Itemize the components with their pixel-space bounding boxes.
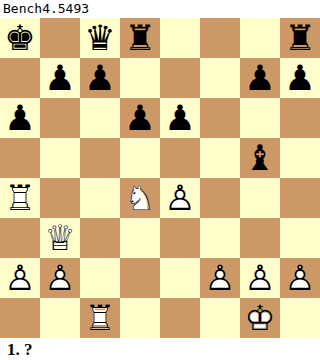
square-g2[interactable]: ♟♙ (240, 258, 280, 298)
piece-white-king: ♚♔ (240, 298, 280, 338)
chess-board: ♚♛♜♜♟♟♟♟♟♟♟♝♜♖♞♘♟♙♛♕♟♙♟♙♟♙♟♙♟♙♜♖♚♔ (0, 18, 320, 338)
square-a4[interactable]: ♜♖ (0, 178, 40, 218)
piece-white-pawn: ♟♙ (240, 258, 280, 298)
piece-white-pawn: ♟♙ (200, 258, 240, 298)
square-b8[interactable] (40, 18, 80, 58)
square-e8[interactable] (160, 18, 200, 58)
piece-white-rook: ♜♖ (0, 178, 40, 218)
square-a2[interactable]: ♟♙ (0, 258, 40, 298)
square-d3[interactable] (120, 218, 160, 258)
square-f3[interactable] (200, 218, 240, 258)
piece-black-queen: ♛ (80, 18, 120, 58)
square-b4[interactable] (40, 178, 80, 218)
square-h4[interactable] (280, 178, 320, 218)
square-a3[interactable] (0, 218, 40, 258)
square-a5[interactable] (0, 138, 40, 178)
square-c2[interactable] (80, 258, 120, 298)
piece-black-pawn: ♟ (280, 58, 320, 98)
piece-black-pawn: ♟ (120, 98, 160, 138)
square-b6[interactable] (40, 98, 80, 138)
square-f1[interactable] (200, 298, 240, 338)
square-h7[interactable]: ♟ (280, 58, 320, 98)
square-g5[interactable]: ♝ (240, 138, 280, 178)
square-f6[interactable] (200, 98, 240, 138)
square-e1[interactable] (160, 298, 200, 338)
square-b3[interactable]: ♛♕ (40, 218, 80, 258)
square-b1[interactable] (40, 298, 80, 338)
square-d2[interactable] (120, 258, 160, 298)
window-title: Bench4.5493 (0, 0, 320, 18)
square-f2[interactable]: ♟♙ (200, 258, 240, 298)
piece-black-king: ♚ (0, 18, 40, 58)
square-f7[interactable] (200, 58, 240, 98)
piece-black-rook: ♜ (280, 18, 320, 58)
square-h1[interactable] (280, 298, 320, 338)
square-d6[interactable]: ♟ (120, 98, 160, 138)
piece-white-pawn: ♟♙ (40, 258, 80, 298)
square-a1[interactable] (0, 298, 40, 338)
square-e5[interactable] (160, 138, 200, 178)
square-d8[interactable]: ♜ (120, 18, 160, 58)
square-g1[interactable]: ♚♔ (240, 298, 280, 338)
square-e6[interactable]: ♟ (160, 98, 200, 138)
square-b2[interactable]: ♟♙ (40, 258, 80, 298)
square-c7[interactable]: ♟ (80, 58, 120, 98)
square-b7[interactable]: ♟ (40, 58, 80, 98)
square-f4[interactable] (200, 178, 240, 218)
piece-white-pawn: ♟♙ (0, 258, 40, 298)
square-c5[interactable] (80, 138, 120, 178)
piece-black-pawn: ♟ (240, 58, 280, 98)
square-g3[interactable] (240, 218, 280, 258)
square-e7[interactable] (160, 58, 200, 98)
square-b5[interactable] (40, 138, 80, 178)
square-d5[interactable] (120, 138, 160, 178)
square-a6[interactable]: ♟ (0, 98, 40, 138)
piece-white-queen: ♛♕ (40, 218, 80, 258)
square-h3[interactable] (280, 218, 320, 258)
square-a7[interactable] (0, 58, 40, 98)
piece-white-knight: ♞♘ (120, 178, 160, 218)
square-a8[interactable]: ♚ (0, 18, 40, 58)
piece-white-rook: ♜♖ (80, 298, 120, 338)
square-h5[interactable] (280, 138, 320, 178)
move-prompt: 1. ? (0, 338, 320, 360)
square-d7[interactable] (120, 58, 160, 98)
piece-black-pawn: ♟ (160, 98, 200, 138)
square-e4[interactable]: ♟♙ (160, 178, 200, 218)
piece-black-pawn: ♟ (80, 58, 120, 98)
square-c8[interactable]: ♛ (80, 18, 120, 58)
square-h2[interactable]: ♟♙ (280, 258, 320, 298)
square-d1[interactable] (120, 298, 160, 338)
piece-white-pawn: ♟♙ (280, 258, 320, 298)
square-c3[interactable] (80, 218, 120, 258)
square-e2[interactable] (160, 258, 200, 298)
square-g6[interactable] (240, 98, 280, 138)
chess-app-window: Bench4.5493 ♚♛♜♜♟♟♟♟♟♟♟♝♜♖♞♘♟♙♛♕♟♙♟♙♟♙♟♙… (0, 0, 320, 360)
square-g8[interactable] (240, 18, 280, 58)
square-h8[interactable]: ♜ (280, 18, 320, 58)
piece-black-pawn: ♟ (40, 58, 80, 98)
piece-black-rook: ♜ (120, 18, 160, 58)
square-h6[interactable] (280, 98, 320, 138)
square-c4[interactable] (80, 178, 120, 218)
square-f5[interactable] (200, 138, 240, 178)
square-d4[interactable]: ♞♘ (120, 178, 160, 218)
square-e3[interactable] (160, 218, 200, 258)
square-c6[interactable] (80, 98, 120, 138)
piece-white-pawn: ♟♙ (160, 178, 200, 218)
square-f8[interactable] (200, 18, 240, 58)
piece-black-bishop: ♝ (240, 138, 280, 178)
piece-black-pawn: ♟ (0, 98, 40, 138)
square-g7[interactable]: ♟ (240, 58, 280, 98)
square-c1[interactable]: ♜♖ (80, 298, 120, 338)
square-g4[interactable] (240, 178, 280, 218)
